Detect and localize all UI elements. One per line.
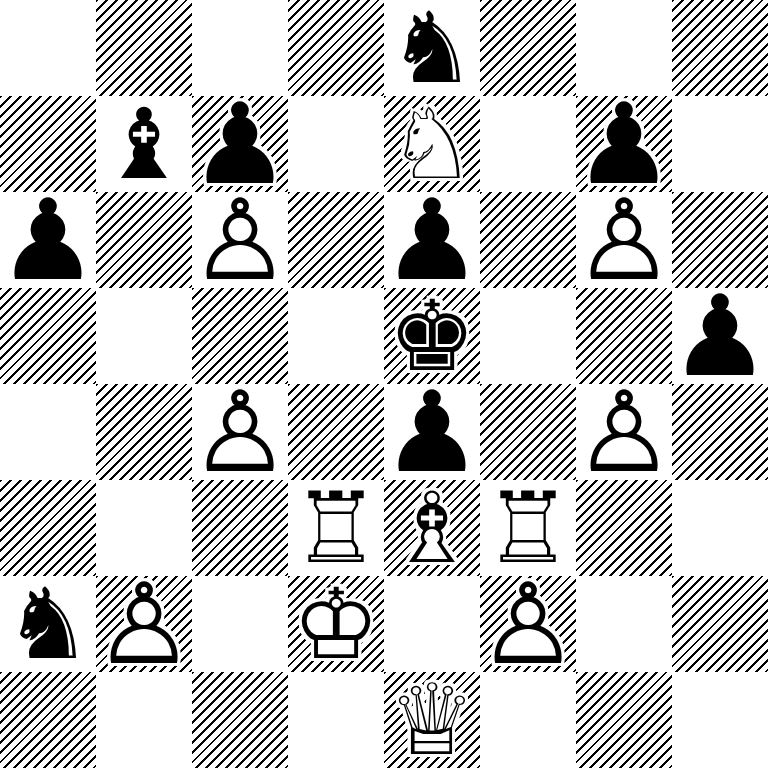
square-h5[interactable]: ♟♟ — [672, 288, 768, 384]
square-a7[interactable] — [0, 96, 96, 192]
piece-ink-layer: ♝ — [96, 96, 192, 192]
piece-ink-layer: ♟ — [672, 288, 768, 384]
square-g1[interactable] — [576, 672, 672, 768]
piece-black-knight: ♞♞ — [384, 0, 480, 96]
chess-board: ♞♞♝♝♟♟♞♘♟♟♟♟♟♙♟♟♟♙♚♚♟♟♟♙♟♟♟♙♜♖♝♗♜♖♞♞♟♙♚♔… — [0, 0, 768, 768]
square-d5[interactable] — [288, 288, 384, 384]
piece-white-king: ♚♔ — [288, 576, 384, 672]
piece-ink-layer: ♞ — [0, 576, 96, 672]
square-e3[interactable]: ♝♗ — [384, 480, 480, 576]
piece-white-pawn: ♟♙ — [96, 576, 192, 672]
square-c6[interactable]: ♟♙ — [192, 192, 288, 288]
piece-ink-layer: ♟ — [384, 192, 480, 288]
piece-ink-layer: ♙ — [192, 384, 288, 480]
square-e8[interactable]: ♞♞ — [384, 0, 480, 96]
piece-ink-layer: ♙ — [576, 384, 672, 480]
piece-ink-layer: ♟ — [0, 192, 96, 288]
square-e2[interactable] — [384, 576, 480, 672]
square-b1[interactable] — [96, 672, 192, 768]
square-d1[interactable] — [288, 672, 384, 768]
square-a3[interactable] — [0, 480, 96, 576]
square-d4[interactable] — [288, 384, 384, 480]
square-g4[interactable]: ♟♙ — [576, 384, 672, 480]
piece-ink-layer: ♖ — [480, 480, 576, 576]
square-c5[interactable] — [192, 288, 288, 384]
square-c1[interactable] — [192, 672, 288, 768]
square-c4[interactable]: ♟♙ — [192, 384, 288, 480]
piece-ink-layer: ♖ — [288, 480, 384, 576]
square-b3[interactable] — [96, 480, 192, 576]
piece-black-king: ♚♚ — [384, 288, 480, 384]
piece-ink-layer: ♟ — [192, 96, 288, 192]
piece-black-pawn: ♟♟ — [384, 192, 480, 288]
piece-black-pawn: ♟♟ — [0, 192, 96, 288]
square-f7[interactable] — [480, 96, 576, 192]
square-a6[interactable]: ♟♟ — [0, 192, 96, 288]
square-g7[interactable]: ♟♟ — [576, 96, 672, 192]
square-h8[interactable] — [672, 0, 768, 96]
piece-ink-layer: ♟ — [384, 384, 480, 480]
piece-ink-layer: ♔ — [288, 576, 384, 672]
piece-black-knight: ♞♞ — [0, 576, 96, 672]
square-b2[interactable]: ♟♙ — [96, 576, 192, 672]
square-c7[interactable]: ♟♟ — [192, 96, 288, 192]
square-d7[interactable] — [288, 96, 384, 192]
piece-black-bishop: ♝♝ — [96, 96, 192, 192]
piece-ink-layer: ♙ — [480, 576, 576, 672]
piece-white-pawn: ♟♙ — [576, 192, 672, 288]
piece-black-pawn: ♟♟ — [384, 384, 480, 480]
square-a4[interactable] — [0, 384, 96, 480]
square-d2[interactable]: ♚♔ — [288, 576, 384, 672]
square-c3[interactable] — [192, 480, 288, 576]
piece-white-bishop: ♝♗ — [384, 480, 480, 576]
square-h3[interactable] — [672, 480, 768, 576]
piece-black-pawn: ♟♟ — [576, 96, 672, 192]
square-b8[interactable] — [96, 0, 192, 96]
piece-ink-layer: ♗ — [384, 480, 480, 576]
piece-ink-layer: ♚ — [384, 288, 480, 384]
square-a2[interactable]: ♞♞ — [0, 576, 96, 672]
piece-white-knight: ♞♘ — [384, 96, 480, 192]
square-h4[interactable] — [672, 384, 768, 480]
square-h6[interactable] — [672, 192, 768, 288]
square-f5[interactable] — [480, 288, 576, 384]
square-c8[interactable] — [192, 0, 288, 96]
square-d3[interactable]: ♜♖ — [288, 480, 384, 576]
piece-white-pawn: ♟♙ — [192, 384, 288, 480]
square-e6[interactable]: ♟♟ — [384, 192, 480, 288]
piece-white-pawn: ♟♙ — [576, 384, 672, 480]
piece-ink-layer: ♞ — [384, 0, 480, 96]
square-f2[interactable]: ♟♙ — [480, 576, 576, 672]
square-e5[interactable]: ♚♚ — [384, 288, 480, 384]
square-b6[interactable] — [96, 192, 192, 288]
piece-black-pawn: ♟♟ — [192, 96, 288, 192]
square-e7[interactable]: ♞♘ — [384, 96, 480, 192]
square-f8[interactable] — [480, 0, 576, 96]
square-b4[interactable] — [96, 384, 192, 480]
square-c2[interactable] — [192, 576, 288, 672]
square-f4[interactable] — [480, 384, 576, 480]
square-h2[interactable] — [672, 576, 768, 672]
piece-white-pawn: ♟♙ — [480, 576, 576, 672]
piece-ink-layer: ♙ — [192, 192, 288, 288]
square-a8[interactable] — [0, 0, 96, 96]
square-g3[interactable] — [576, 480, 672, 576]
piece-ink-layer: ♙ — [96, 576, 192, 672]
piece-black-pawn: ♟♟ — [672, 288, 768, 384]
piece-ink-layer: ♘ — [384, 96, 480, 192]
square-f1[interactable] — [480, 672, 576, 768]
piece-ink-layer: ♟ — [576, 96, 672, 192]
square-g8[interactable] — [576, 0, 672, 96]
square-h7[interactable] — [672, 96, 768, 192]
square-d6[interactable] — [288, 192, 384, 288]
square-f3[interactable]: ♜♖ — [480, 480, 576, 576]
piece-white-rook: ♜♖ — [288, 480, 384, 576]
square-g2[interactable] — [576, 576, 672, 672]
piece-ink-layer: ♕ — [384, 672, 480, 768]
square-d8[interactable] — [288, 0, 384, 96]
square-e4[interactable]: ♟♟ — [384, 384, 480, 480]
piece-white-queen: ♛♕ — [384, 672, 480, 768]
square-e1[interactable]: ♛♕ — [384, 672, 480, 768]
square-b7[interactable]: ♝♝ — [96, 96, 192, 192]
piece-white-pawn: ♟♙ — [192, 192, 288, 288]
square-h1[interactable] — [672, 672, 768, 768]
piece-white-rook: ♜♖ — [480, 480, 576, 576]
square-a5[interactable] — [0, 288, 96, 384]
square-g5[interactable] — [576, 288, 672, 384]
square-g6[interactable]: ♟♙ — [576, 192, 672, 288]
piece-ink-layer: ♙ — [576, 192, 672, 288]
square-b5[interactable] — [96, 288, 192, 384]
square-f6[interactable] — [480, 192, 576, 288]
square-a1[interactable] — [0, 672, 96, 768]
